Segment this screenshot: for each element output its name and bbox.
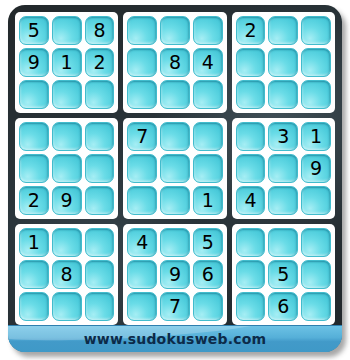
sudoku-cell-r7c5[interactable] <box>160 228 190 257</box>
sudoku-cell-r9c8[interactable]: 6 <box>268 292 298 321</box>
sudoku-block-1-1: 71 <box>123 118 226 219</box>
sudoku-cell-r8c9[interactable] <box>301 260 331 289</box>
sudoku-cell-r5c3[interactable] <box>85 154 115 183</box>
sudoku-cell-r6c2[interactable]: 9 <box>52 186 82 215</box>
sudoku-cell-r9c7[interactable] <box>236 292 266 321</box>
sudoku-cell-r4c6[interactable] <box>193 122 223 151</box>
sudoku-cell-r6c4[interactable] <box>127 186 157 215</box>
sudoku-cell-r2c6[interactable]: 4 <box>193 48 223 77</box>
sudoku-block-2-0: 18 <box>15 224 118 325</box>
sudoku-cell-r5c2[interactable] <box>52 154 82 183</box>
sudoku-cell-r5c5[interactable] <box>160 154 190 183</box>
sudoku-cell-r6c7[interactable]: 4 <box>236 186 266 215</box>
sudoku-cell-r3c2[interactable] <box>52 80 82 109</box>
sudoku-cell-r1c3[interactable]: 8 <box>85 16 115 45</box>
sudoku-cell-r3c4[interactable] <box>127 80 157 109</box>
sudoku-block-2-2: 56 <box>232 224 335 325</box>
sudoku-cell-r8c5[interactable]: 9 <box>160 260 190 289</box>
sudoku-cell-r5c4[interactable] <box>127 154 157 183</box>
sudoku-cell-r8c7[interactable] <box>236 260 266 289</box>
sudoku-cell-r8c8[interactable]: 5 <box>268 260 298 289</box>
sudoku-cell-r5c1[interactable] <box>19 154 49 183</box>
sudoku-cell-r4c4[interactable]: 7 <box>127 122 157 151</box>
sudoku-cell-r9c1[interactable] <box>19 292 49 321</box>
sudoku-cell-r4c2[interactable] <box>52 122 82 151</box>
sudoku-cell-r1c6[interactable] <box>193 16 223 45</box>
sudoku-block-0-2: 2 <box>232 12 335 113</box>
sudoku-cell-r3c5[interactable] <box>160 80 190 109</box>
sudoku-cell-r7c2[interactable] <box>52 228 82 257</box>
sudoku-cell-r5c8[interactable] <box>268 154 298 183</box>
sudoku-cell-r4c8[interactable]: 3 <box>268 122 298 151</box>
sudoku-cell-r7c4[interactable]: 4 <box>127 228 157 257</box>
sudoku-cell-r6c6[interactable]: 1 <box>193 186 223 215</box>
sudoku-cell-r8c6[interactable]: 6 <box>193 260 223 289</box>
sudoku-cell-r3c7[interactable] <box>236 80 266 109</box>
sudoku-cell-r4c7[interactable] <box>236 122 266 151</box>
sudoku-cell-r8c1[interactable] <box>19 260 49 289</box>
sudoku-block-2-1: 45967 <box>123 224 226 325</box>
sudoku-cell-r9c5[interactable]: 7 <box>160 292 190 321</box>
sudoku-block-0-1: 84 <box>123 12 226 113</box>
sudoku-cell-r7c7[interactable] <box>236 228 266 257</box>
sudoku-cell-r9c9[interactable] <box>301 292 331 321</box>
sudoku-cell-r4c1[interactable] <box>19 122 49 151</box>
sudoku-cell-r2c7[interactable] <box>236 48 266 77</box>
sudoku-cell-r9c4[interactable] <box>127 292 157 321</box>
sudoku-cell-r3c1[interactable] <box>19 80 49 109</box>
page: 5891284229713194184596756 www.sudokusweb… <box>0 0 350 360</box>
sudoku-cell-r7c6[interactable]: 5 <box>193 228 223 257</box>
sudoku-cell-r9c3[interactable] <box>85 292 115 321</box>
sudoku-cell-r2c5[interactable]: 8 <box>160 48 190 77</box>
sudoku-cell-r4c9[interactable]: 1 <box>301 122 331 151</box>
sudoku-cell-r2c4[interactable] <box>127 48 157 77</box>
sudoku-cell-r5c9[interactable]: 9 <box>301 154 331 183</box>
sudoku-block-0-0: 58912 <box>15 12 118 113</box>
sudoku-cell-r2c8[interactable] <box>268 48 298 77</box>
site-url[interactable]: www.sudokusweb.com <box>84 331 267 347</box>
footer-bar: www.sudokusweb.com <box>8 325 342 352</box>
sudoku-cell-r2c9[interactable] <box>301 48 331 77</box>
sudoku-cell-r6c1[interactable]: 2 <box>19 186 49 215</box>
sudoku-cell-r1c4[interactable] <box>127 16 157 45</box>
sudoku-cell-r8c3[interactable] <box>85 260 115 289</box>
sudoku-cell-r1c8[interactable] <box>268 16 298 45</box>
sudoku-cell-r3c6[interactable] <box>193 80 223 109</box>
sudoku-block-1-2: 3194 <box>232 118 335 219</box>
sudoku-cell-r3c3[interactable] <box>85 80 115 109</box>
sudoku-cell-r1c1[interactable]: 5 <box>19 16 49 45</box>
sudoku-cell-r7c1[interactable]: 1 <box>19 228 49 257</box>
sudoku-cell-r2c1[interactable]: 9 <box>19 48 49 77</box>
sudoku-cell-r8c2[interactable]: 8 <box>52 260 82 289</box>
sudoku-cell-r5c6[interactable] <box>193 154 223 183</box>
sudoku-cell-r6c8[interactable] <box>268 186 298 215</box>
sudoku-cell-r9c2[interactable] <box>52 292 82 321</box>
sudoku-cell-r6c9[interactable] <box>301 186 331 215</box>
sudoku-cell-r9c6[interactable] <box>193 292 223 321</box>
sudoku-cell-r4c5[interactable] <box>160 122 190 151</box>
sudoku-cell-r4c3[interactable] <box>85 122 115 151</box>
sudoku-cell-r2c3[interactable]: 2 <box>85 48 115 77</box>
sudoku-cell-r1c9[interactable] <box>301 16 331 45</box>
sudoku-cell-r6c5[interactable] <box>160 186 190 215</box>
sudoku-block-1-0: 29 <box>15 118 118 219</box>
sudoku-cell-r6c3[interactable] <box>85 186 115 215</box>
sudoku-cell-r8c4[interactable] <box>127 260 157 289</box>
sudoku-cell-r3c9[interactable] <box>301 80 331 109</box>
sudoku-cell-r5c7[interactable] <box>236 154 266 183</box>
sudoku-cell-r1c5[interactable] <box>160 16 190 45</box>
sudoku-cell-r7c9[interactable] <box>301 228 331 257</box>
sudoku-board: 5891284229713194184596756 www.sudokusweb… <box>8 5 342 352</box>
sudoku-cell-r1c7[interactable]: 2 <box>236 16 266 45</box>
sudoku-grid: 5891284229713194184596756 <box>15 12 335 325</box>
sudoku-cell-r7c3[interactable] <box>85 228 115 257</box>
sudoku-cell-r1c2[interactable] <box>52 16 82 45</box>
sudoku-cell-r2c2[interactable]: 1 <box>52 48 82 77</box>
sudoku-cell-r7c8[interactable] <box>268 228 298 257</box>
sudoku-cell-r3c8[interactable] <box>268 80 298 109</box>
